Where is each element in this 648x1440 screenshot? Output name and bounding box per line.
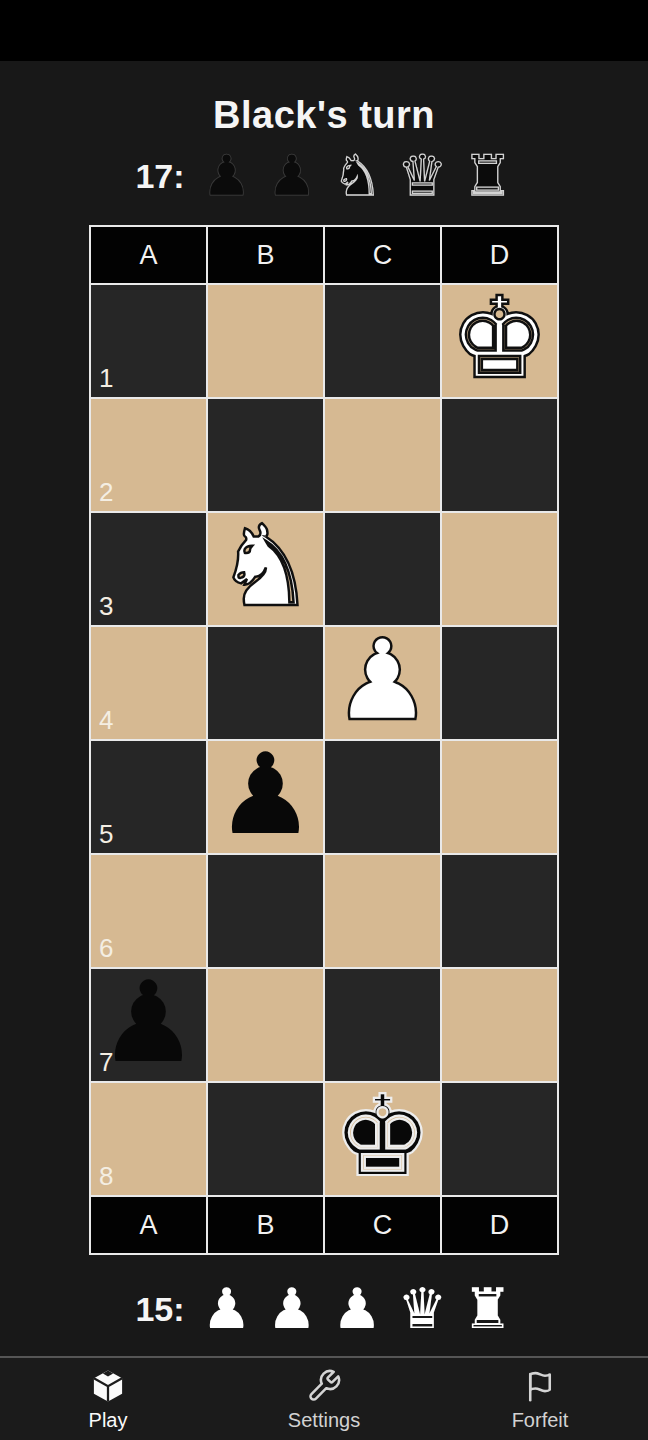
white-tray-count: 15: <box>135 1290 184 1329</box>
square-D2[interactable] <box>442 399 557 511</box>
rank-label-4: 4 <box>99 705 113 736</box>
turn-indicator: Black's turn <box>213 92 435 138</box>
square-D4[interactable] <box>442 627 557 739</box>
square-D8[interactable] <box>442 1083 557 1195</box>
square-C7[interactable] <box>325 969 440 1081</box>
square-B1[interactable] <box>208 285 323 397</box>
square-A4[interactable]: 4 <box>91 627 206 739</box>
black-queen-icon: ♛ <box>397 147 447 205</box>
black-pawn-icon: ♟ <box>267 147 317 205</box>
square-A5[interactable]: 5 <box>91 741 206 853</box>
black-pawn[interactable]: ♟ <box>98 966 198 1078</box>
white-rook-icon: ♜ <box>462 1280 512 1338</box>
square-A8[interactable]: 8 <box>91 1083 206 1195</box>
nav-label-settings: Settings <box>288 1409 360 1431</box>
black-rook-icon: ♜ <box>462 147 512 205</box>
black-pieces-tray: 17: ♟♟♞♛♜ <box>135 147 512 205</box>
square-A7[interactable]: 7♟ <box>91 969 206 1081</box>
square-B7[interactable] <box>208 969 323 1081</box>
rank-label-3: 3 <box>99 591 113 622</box>
file-label-D-bottom: D <box>442 1197 557 1253</box>
nav-item-forfeit[interactable]: Forfeit <box>432 1358 648 1440</box>
square-D6[interactable] <box>442 855 557 967</box>
square-A6[interactable]: 6 <box>91 855 206 967</box>
bottom-navigation: Play Settings Forfeit <box>0 1356 648 1440</box>
file-label-B-bottom: B <box>208 1197 323 1253</box>
square-A3[interactable]: 3 <box>91 513 206 625</box>
white-tray-pieces: ♟♟♟♛♜ <box>202 1280 513 1338</box>
black-tray-count: 17: <box>135 157 184 196</box>
black-pawn[interactable]: ♟ <box>215 738 315 850</box>
square-A2[interactable]: 2 <box>91 399 206 511</box>
square-B3[interactable]: ♞ <box>208 513 323 625</box>
nav-label-forfeit: Forfeit <box>512 1409 569 1431</box>
white-pawn-icon: ♟ <box>202 1280 252 1338</box>
square-B2[interactable] <box>208 399 323 511</box>
cube-icon <box>90 1368 126 1404</box>
flag-icon <box>522 1368 558 1404</box>
white-pawn-icon: ♟ <box>332 1280 382 1338</box>
wrench-icon <box>306 1368 342 1404</box>
file-label-C-top: C <box>325 227 440 283</box>
square-A1[interactable]: 1 <box>91 285 206 397</box>
rank-label-8: 8 <box>99 1161 113 1192</box>
white-pawn-icon: ♟ <box>267 1280 317 1338</box>
white-pawn[interactable]: ♟ <box>332 624 432 736</box>
square-D1[interactable]: ♚ <box>442 285 557 397</box>
file-label-C-bottom: C <box>325 1197 440 1253</box>
square-C4[interactable]: ♟ <box>325 627 440 739</box>
square-B8[interactable] <box>208 1083 323 1195</box>
board: ABCD1♚23♞4♟5♟67♟8♚ABCD <box>89 225 559 1255</box>
black-knight-icon: ♞ <box>332 147 382 205</box>
square-B6[interactable] <box>208 855 323 967</box>
square-C8[interactable]: ♚ <box>325 1083 440 1195</box>
square-D3[interactable] <box>442 513 557 625</box>
square-C1[interactable] <box>325 285 440 397</box>
status-bar <box>0 0 648 61</box>
white-pieces-tray: 15: ♟♟♟♛♜ <box>135 1280 512 1338</box>
file-label-A-bottom: A <box>91 1197 206 1253</box>
square-C3[interactable] <box>325 513 440 625</box>
black-pawn-icon: ♟ <box>202 147 252 205</box>
square-C6[interactable] <box>325 855 440 967</box>
rank-label-1: 1 <box>99 363 113 394</box>
black-tray-pieces: ♟♟♞♛♜ <box>202 147 513 205</box>
file-label-B-top: B <box>208 227 323 283</box>
nav-item-settings[interactable]: Settings <box>216 1358 432 1440</box>
app-screen: Black's turn 17: ♟♟♞♛♜ ABCD1♚23♞4♟5♟67♟8… <box>0 61 648 1440</box>
square-D7[interactable] <box>442 969 557 1081</box>
square-B5[interactable]: ♟ <box>208 741 323 853</box>
square-D5[interactable] <box>442 741 557 853</box>
nav-item-play[interactable]: Play <box>0 1358 216 1440</box>
square-B4[interactable] <box>208 627 323 739</box>
white-queen-icon: ♛ <box>397 1280 447 1338</box>
square-C5[interactable] <box>325 741 440 853</box>
black-king[interactable]: ♚ <box>332 1080 432 1192</box>
square-C2[interactable] <box>325 399 440 511</box>
nav-label-play: Play <box>89 1409 128 1431</box>
white-king[interactable]: ♚ <box>449 282 549 394</box>
white-knight[interactable]: ♞ <box>215 510 315 622</box>
rank-label-2: 2 <box>99 477 113 508</box>
rank-label-5: 5 <box>99 819 113 850</box>
file-label-A-top: A <box>91 227 206 283</box>
